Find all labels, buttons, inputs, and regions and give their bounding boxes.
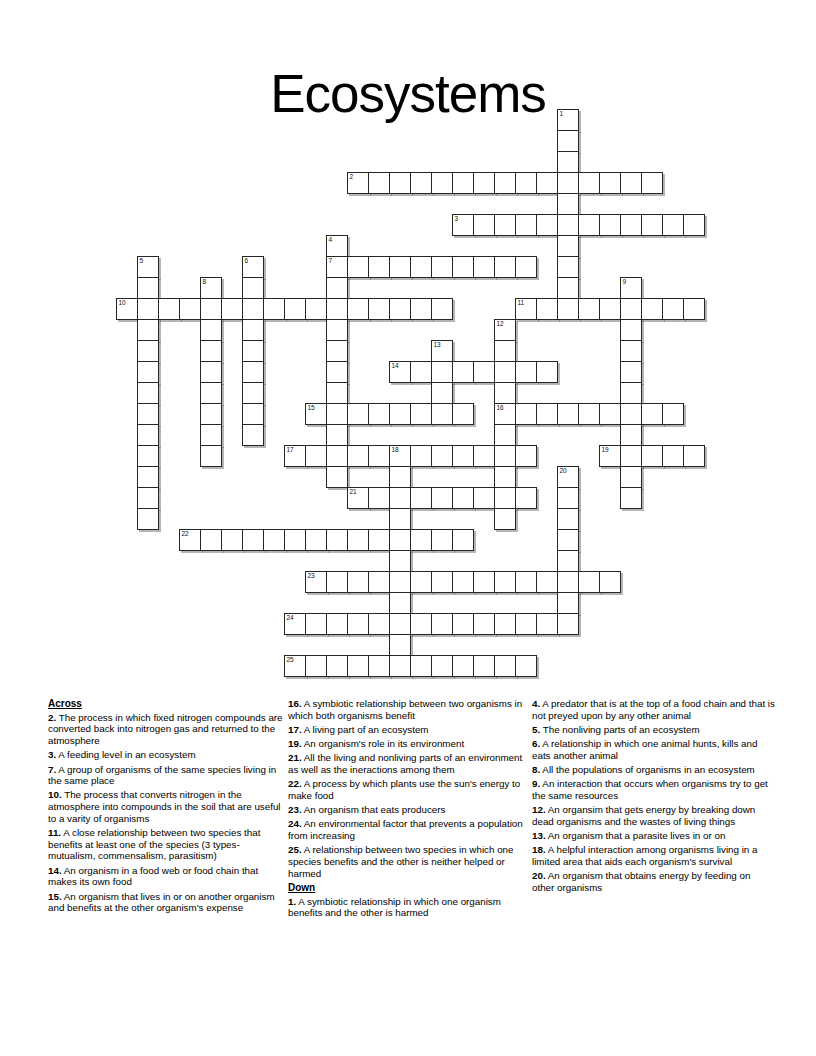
grid-cell-r24-c18[interactable] <box>494 613 516 635</box>
grid-cell-r7-c12[interactable] <box>368 256 390 278</box>
grid-cell-r15-c18[interactable] <box>494 424 516 446</box>
grid-cell-r7-c1[interactable]: 5 <box>137 256 159 278</box>
clue-text: The nonliving parts of an ecosystem <box>543 724 700 735</box>
grid-cell-r16-c13[interactable]: 18 <box>389 445 411 467</box>
clue-number: 10. <box>48 789 62 800</box>
grid-cell-r16-c24[interactable] <box>620 445 642 467</box>
grid-cell-r22-c20[interactable] <box>536 571 558 593</box>
clue-down-5: 5. The nonliving parts of an ecosystem <box>532 724 775 736</box>
grid-cell-r24-c19[interactable] <box>515 613 537 635</box>
grid-cell-r9-c22[interactable] <box>578 298 600 320</box>
grid-cell-r13-c15[interactable] <box>431 382 453 404</box>
grid-cell-r14-c6[interactable] <box>242 403 264 425</box>
grid-cell-r16-c26[interactable] <box>662 445 684 467</box>
clue-text: A relationship in which one animal hunts… <box>532 738 757 761</box>
grid-cell-r3-c21[interactable] <box>557 172 579 194</box>
grid-cell-r5-c27[interactable] <box>683 214 705 236</box>
grid-cell-r18-c18[interactable] <box>494 487 516 509</box>
grid-cell-r13-c24[interactable] <box>620 382 642 404</box>
grid-cell-r26-c10[interactable] <box>326 655 348 677</box>
grid-cell-r23-c13[interactable] <box>389 592 411 614</box>
grid-cell-r19-c13[interactable] <box>389 508 411 530</box>
grid-cell-r3-c19[interactable] <box>515 172 537 194</box>
grid-cell-r3-c20[interactable] <box>536 172 558 194</box>
grid-cell-r9-c19[interactable]: 11 <box>515 298 537 320</box>
grid-cell-r3-c15[interactable] <box>431 172 453 194</box>
grid-cell-r15-c4[interactable] <box>200 424 222 446</box>
grid-cell-r3-c11[interactable]: 2 <box>347 172 369 194</box>
clue-number: 8. <box>532 764 540 775</box>
clue-text: The process that converts nitrogen in th… <box>48 789 281 823</box>
grid-cell-r22-c23[interactable] <box>599 571 621 593</box>
grid-cell-r10-c18[interactable]: 12 <box>494 319 516 341</box>
grid-cell-r8-c1[interactable] <box>137 277 159 299</box>
grid-cell-r21-c21[interactable] <box>557 550 579 572</box>
grid-cell-r9-c21[interactable] <box>557 298 579 320</box>
grid-cell-r9-c24[interactable] <box>620 298 642 320</box>
clue-down-20: 20. An organism that obtains energy by f… <box>532 870 775 893</box>
grid-cell-r14-c21[interactable] <box>557 403 579 425</box>
grid-cell-r10-c4[interactable] <box>200 319 222 341</box>
grid-cell-r5-c24[interactable] <box>620 214 642 236</box>
grid-cell-r19-c21[interactable] <box>557 508 579 530</box>
clue-number: 18. <box>532 844 546 855</box>
grid-cell-r24-c21[interactable] <box>557 613 579 635</box>
grid-cell-r16-c4[interactable] <box>200 445 222 467</box>
grid-cell-r17-c10[interactable] <box>326 466 348 488</box>
grid-cell-r9-c26[interactable] <box>662 298 684 320</box>
clue-number: 15. <box>48 891 62 902</box>
grid-cell-r12-c17[interactable] <box>473 361 495 383</box>
grid-cell-r9-c12[interactable] <box>368 298 390 320</box>
grid-cell-r24-c13[interactable] <box>389 613 411 635</box>
grid-cell-r12-c13[interactable]: 14 <box>389 361 411 383</box>
clue-across-14: 14. An organism in a food web or food ch… <box>48 865 285 888</box>
grid-cell-r26-c12[interactable] <box>368 655 390 677</box>
grid-cell-r12-c6[interactable] <box>242 361 264 383</box>
clue-down-9: 9. An interaction that occurs when organ… <box>532 778 775 801</box>
clue-down-18: 18. A helpful interaction among organism… <box>532 844 775 867</box>
grid-cell-r2-c21[interactable] <box>557 151 579 173</box>
grid-cell-r5-c18[interactable] <box>494 214 516 236</box>
clue-number: 21. <box>288 752 302 763</box>
grid-cell-r24-c10[interactable] <box>326 613 348 635</box>
grid-cell-r3-c25[interactable] <box>641 172 663 194</box>
grid-cell-r11-c18[interactable] <box>494 340 516 362</box>
grid-cell-r20-c16[interactable] <box>452 529 474 551</box>
grid-cell-r20-c8[interactable] <box>284 529 306 551</box>
grid-cell-r16-c25[interactable] <box>641 445 663 467</box>
grid-cell-r18-c16[interactable] <box>452 487 474 509</box>
clue-across-2: 2. The process in which fixed nitrogen c… <box>48 712 285 747</box>
grid-cell-r20-c21[interactable] <box>557 529 579 551</box>
grid-cell-r3-c24[interactable] <box>620 172 642 194</box>
grid-cell-r20-c13[interactable] <box>389 529 411 551</box>
grid-cell-r24-c15[interactable] <box>431 613 453 635</box>
grid-cell-r7-c17[interactable] <box>473 256 495 278</box>
grid-cell-r16-c11[interactable] <box>347 445 369 467</box>
clue-down-13: 13. An organism that a parasite lives in… <box>532 830 775 842</box>
grid-cell-r14-c25[interactable] <box>641 403 663 425</box>
grid-cell-r14-c23[interactable] <box>599 403 621 425</box>
clue-column-right: 4. A predator that is at the top of a fo… <box>532 698 775 896</box>
grid-cell-r20-c11[interactable] <box>347 529 369 551</box>
grid-cell-r16-c14[interactable] <box>410 445 432 467</box>
grid-cell-r18-c21[interactable] <box>557 487 579 509</box>
grid-cell-r26-c15[interactable] <box>431 655 453 677</box>
cell-number: 2 <box>350 173 353 181</box>
grid-cell-r20-c10[interactable] <box>326 529 348 551</box>
grid-cell-r26-c11[interactable] <box>347 655 369 677</box>
clue-text: All the living and nonliving parts of an… <box>288 752 522 775</box>
grid-cell-r6-c21[interactable] <box>557 235 579 257</box>
grid-cell-r20-c12[interactable] <box>368 529 390 551</box>
grid-cell-r10-c24[interactable] <box>620 319 642 341</box>
clue-number: 11. <box>48 827 61 838</box>
grid-cell-r17-c24[interactable] <box>620 466 642 488</box>
grid-cell-r13-c10[interactable] <box>326 382 348 404</box>
grid-cell-r7-c16[interactable] <box>452 256 474 278</box>
grid-cell-r16-c18[interactable] <box>494 445 516 467</box>
grid-cell-r22-c17[interactable] <box>473 571 495 593</box>
grid-cell-r9-c5[interactable] <box>221 298 243 320</box>
grid-cell-r18-c24[interactable] <box>620 487 642 509</box>
grid-cell-r14-c1[interactable] <box>137 403 159 425</box>
grid-cell-r14-c20[interactable] <box>536 403 558 425</box>
grid-cell-r7-c13[interactable] <box>389 256 411 278</box>
grid-cell-r5-c22[interactable] <box>578 214 600 236</box>
grid-cell-r26-c19[interactable] <box>515 655 537 677</box>
grid-cell-r5-c23[interactable] <box>599 214 621 236</box>
clue-number: 14. <box>48 865 62 876</box>
grid-cell-r14-c13[interactable] <box>389 403 411 425</box>
grid-cell-r10-c6[interactable] <box>242 319 264 341</box>
grid-cell-r9-c23[interactable] <box>599 298 621 320</box>
grid-cell-r9-c1[interactable] <box>137 298 159 320</box>
grid-cell-r14-c10[interactable] <box>326 403 348 425</box>
grid-cell-r7-c14[interactable] <box>410 256 432 278</box>
clue-text: The process in which fixed nitrogen comp… <box>48 712 283 746</box>
grid-cell-r8-c24[interactable]: 9 <box>620 277 642 299</box>
grid-cell-r11-c6[interactable] <box>242 340 264 362</box>
clue-column-middle: 16. A symbiotic relationship between two… <box>288 698 525 921</box>
grid-cell-r22-c15[interactable] <box>431 571 453 593</box>
grid-cell-r5-c19[interactable] <box>515 214 537 236</box>
cell-number: 1 <box>560 110 563 118</box>
grid-cell-r24-c11[interactable] <box>347 613 369 635</box>
grid-cell-r26-c8[interactable]: 25 <box>284 655 306 677</box>
grid-cell-r11-c4[interactable] <box>200 340 222 362</box>
grid-cell-r16-c23[interactable]: 19 <box>599 445 621 467</box>
grid-cell-r7-c15[interactable] <box>431 256 453 278</box>
grid-cell-r26-c13[interactable] <box>389 655 411 677</box>
grid-cell-r18-c14[interactable] <box>410 487 432 509</box>
grid-cell-r5-c20[interactable] <box>536 214 558 236</box>
grid-cell-r22-c18[interactable] <box>494 571 516 593</box>
grid-cell-r14-c11[interactable] <box>347 403 369 425</box>
grid-cell-r18-c12[interactable] <box>368 487 390 509</box>
clue-number: 9. <box>532 778 540 789</box>
grid-cell-r12-c20[interactable] <box>536 361 558 383</box>
cell-number: 18 <box>392 446 399 454</box>
cell-number: 23 <box>308 572 315 580</box>
grid-cell-r24-c17[interactable] <box>473 613 495 635</box>
grid-cell-r20-c9[interactable] <box>305 529 327 551</box>
clue-text: An organsim that gets energy by breaking… <box>532 804 755 827</box>
grid-cell-r19-c18[interactable] <box>494 508 516 530</box>
grid-cell-r14-c4[interactable] <box>200 403 222 425</box>
grid-cell-r18-c19[interactable] <box>515 487 537 509</box>
grid-cell-r26-c18[interactable] <box>494 655 516 677</box>
grid-cell-r16-c9[interactable] <box>305 445 327 467</box>
grid-cell-r17-c13[interactable] <box>389 466 411 488</box>
clue-text: A symbiotic relationship between two org… <box>288 698 522 721</box>
grid-cell-r9-c4[interactable] <box>200 298 222 320</box>
grid-cell-r20-c15[interactable] <box>431 529 453 551</box>
grid-cell-r5-c21[interactable] <box>557 214 579 236</box>
grid-cell-r3-c13[interactable] <box>389 172 411 194</box>
grid-cell-r11-c24[interactable] <box>620 340 642 362</box>
clue-number: 4. <box>532 698 540 709</box>
clue-text: An organism that eats producers <box>304 804 446 815</box>
cell-number: 8 <box>203 278 206 286</box>
grid-cell-r22-c21[interactable] <box>557 571 579 593</box>
grid-cell-r9-c9[interactable] <box>305 298 327 320</box>
grid-cell-r3-c22[interactable] <box>578 172 600 194</box>
grid-cell-r18-c15[interactable] <box>431 487 453 509</box>
grid-cell-r24-c20[interactable] <box>536 613 558 635</box>
grid-cell-r7-c6[interactable]: 6 <box>242 256 264 278</box>
grid-cell-r6-c10[interactable]: 4 <box>326 235 348 257</box>
grid-cell-r9-c14[interactable] <box>410 298 432 320</box>
grid-cell-r16-c12[interactable] <box>368 445 390 467</box>
grid-cell-r9-c2[interactable] <box>158 298 180 320</box>
grid-cell-r15-c10[interactable] <box>326 424 348 446</box>
grid-cell-r16-c16[interactable] <box>452 445 474 467</box>
clue-across-11: 11. A close relationship between two spe… <box>48 827 285 862</box>
clue-text: A process by which plants use the sun's … <box>288 778 520 801</box>
clue-down-1: 1. A symbiotic relationship in which one… <box>288 896 525 919</box>
grid-cell-r22-c16[interactable] <box>452 571 474 593</box>
grid-cell-r20-c6[interactable] <box>242 529 264 551</box>
grid-cell-r8-c6[interactable] <box>242 277 264 299</box>
grid-cell-r24-c16[interactable] <box>452 613 474 635</box>
grid-cell-r20-c14[interactable] <box>410 529 432 551</box>
grid-cell-r16-c1[interactable] <box>137 445 159 467</box>
grid-cell-r12-c4[interactable] <box>200 361 222 383</box>
grid-cell-r12-c14[interactable] <box>410 361 432 383</box>
grid-cell-r5-c16[interactable]: 3 <box>452 214 474 236</box>
grid-cell-r12-c15[interactable] <box>431 361 453 383</box>
cell-number: 17 <box>287 446 294 454</box>
grid-cell-r9-c0[interactable]: 10 <box>116 298 138 320</box>
grid-cell-r9-c3[interactable] <box>179 298 201 320</box>
clue-across-17: 17. A living part of an ecosystem <box>288 724 525 736</box>
grid-cell-r20-c5[interactable] <box>221 529 243 551</box>
clue-number: 5. <box>532 724 540 735</box>
grid-cell-r11-c15[interactable]: 13 <box>431 340 453 362</box>
grid-cell-r12-c1[interactable] <box>137 361 159 383</box>
grid-cell-r22-c13[interactable] <box>389 571 411 593</box>
grid-cell-r9-c15[interactable] <box>431 298 453 320</box>
grid-cell-r26-c14[interactable] <box>410 655 432 677</box>
grid-cell-r12-c18[interactable] <box>494 361 516 383</box>
cell-number: 4 <box>329 236 332 244</box>
grid-cell-r8-c10[interactable] <box>326 277 348 299</box>
grid-cell-r3-c12[interactable] <box>368 172 390 194</box>
clue-number: 1. <box>288 896 296 907</box>
grid-cell-r14-c24[interactable] <box>620 403 642 425</box>
grid-cell-r3-c14[interactable] <box>410 172 432 194</box>
grid-cell-r5-c17[interactable] <box>473 214 495 236</box>
grid-cell-r9-c11[interactable] <box>347 298 369 320</box>
grid-cell-r12-c16[interactable] <box>452 361 474 383</box>
grid-cell-r15-c24[interactable] <box>620 424 642 446</box>
grid-cell-r10-c1[interactable] <box>137 319 159 341</box>
grid-cell-r16-c15[interactable] <box>431 445 453 467</box>
grid-cell-r3-c16[interactable] <box>452 172 474 194</box>
grid-cell-r13-c18[interactable] <box>494 382 516 404</box>
grid-cell-r16-c8[interactable]: 17 <box>284 445 306 467</box>
grid-cell-r14-c14[interactable] <box>410 403 432 425</box>
grid-cell-r25-c13[interactable] <box>389 634 411 656</box>
grid-cell-r14-c18[interactable]: 16 <box>494 403 516 425</box>
grid-cell-r3-c18[interactable] <box>494 172 516 194</box>
clue-down-12: 12. An organsim that gets energy by brea… <box>532 804 775 827</box>
clue-number: 23. <box>288 804 302 815</box>
grid-cell-r17-c21[interactable]: 20 <box>557 466 579 488</box>
grid-cell-r7-c10[interactable]: 7 <box>326 256 348 278</box>
clue-across-16: 16. A symbiotic relationship between two… <box>288 698 525 721</box>
grid-cell-r9-c6[interactable] <box>242 298 264 320</box>
grid-cell-r26-c17[interactable] <box>473 655 495 677</box>
grid-cell-r14-c15[interactable] <box>431 403 453 425</box>
grid-cell-r9-c8[interactable] <box>284 298 306 320</box>
grid-cell-r9-c20[interactable] <box>536 298 558 320</box>
grid-cell-r18-c13[interactable] <box>389 487 411 509</box>
grid-cell-r14-c16[interactable] <box>452 403 474 425</box>
grid-cell-r20-c3[interactable]: 22 <box>179 529 201 551</box>
grid-cell-r18-c1[interactable] <box>137 487 159 509</box>
grid-cell-r23-c21[interactable] <box>557 592 579 614</box>
grid-cell-r22-c22[interactable] <box>578 571 600 593</box>
grid-cell-r13-c6[interactable] <box>242 382 264 404</box>
grid-cell-r26-c16[interactable] <box>452 655 474 677</box>
grid-cell-r22-c14[interactable] <box>410 571 432 593</box>
grid-cell-r5-c26[interactable] <box>662 214 684 236</box>
grid-cell-r9-c7[interactable] <box>263 298 285 320</box>
grid-cell-r26-c9[interactable] <box>305 655 327 677</box>
grid-cell-r19-c1[interactable] <box>137 508 159 530</box>
clue-text: A symbiotic relationship in which one or… <box>288 896 501 919</box>
grid-cell-r13-c4[interactable] <box>200 382 222 404</box>
grid-cell-r9-c10[interactable] <box>326 298 348 320</box>
clue-text: A close relationship between two species… <box>48 827 260 861</box>
grid-cell-r16-c17[interactable] <box>473 445 495 467</box>
grid-cell-r22-c19[interactable] <box>515 571 537 593</box>
grid-cell-r17-c1[interactable] <box>137 466 159 488</box>
grid-cell-r14-c9[interactable]: 15 <box>305 403 327 425</box>
clue-text: A group of organisms of the same species… <box>48 764 276 787</box>
cell-number: 24 <box>287 614 294 622</box>
grid-cell-r14-c19[interactable] <box>515 403 537 425</box>
grid-cell-r7-c18[interactable] <box>494 256 516 278</box>
cell-number: 13 <box>434 341 441 349</box>
clue-text: An organism that obtains energy by feedi… <box>532 870 750 893</box>
grid-cell-r3-c17[interactable] <box>473 172 495 194</box>
clue-number: 19. <box>288 738 302 749</box>
grid-cell-r22-c9[interactable]: 23 <box>305 571 327 593</box>
grid-cell-r11-c1[interactable] <box>137 340 159 362</box>
grid-cell-r11-c10[interactable] <box>326 340 348 362</box>
clue-text: An organism that lives in or on another … <box>48 891 275 914</box>
grid-cell-r7-c11[interactable] <box>347 256 369 278</box>
grid-cell-r20-c7[interactable] <box>263 529 285 551</box>
grid-cell-r15-c6[interactable] <box>242 424 264 446</box>
grid-cell-r18-c11[interactable]: 21 <box>347 487 369 509</box>
grid-cell-r3-c23[interactable] <box>599 172 621 194</box>
grid-cell-r22-c11[interactable] <box>347 571 369 593</box>
clue-text: All the populations of organisms in an e… <box>542 764 754 775</box>
grid-cell-r4-c21[interactable] <box>557 193 579 215</box>
clue-across-19: 19. An organism's role in its environmen… <box>288 738 525 750</box>
grid-cell-r12-c19[interactable] <box>515 361 537 383</box>
cell-number: 25 <box>287 656 294 664</box>
grid-cell-r21-c13[interactable] <box>389 550 411 572</box>
grid-cell-r20-c4[interactable] <box>200 529 222 551</box>
grid-cell-r5-c25[interactable] <box>641 214 663 236</box>
grid-cell-r10-c10[interactable] <box>326 319 348 341</box>
grid-cell-r24-c8[interactable]: 24 <box>284 613 306 635</box>
cell-number: 3 <box>455 215 458 223</box>
grid-cell-r7-c21[interactable] <box>557 256 579 278</box>
grid-cell-r7-c19[interactable] <box>515 256 537 278</box>
grid-cell-r8-c4[interactable]: 8 <box>200 277 222 299</box>
grid-cell-r0-c21[interactable]: 1 <box>557 109 579 131</box>
grid-cell-r16-c10[interactable] <box>326 445 348 467</box>
clue-column-left: Across2. The process in which fixed nitr… <box>48 698 285 916</box>
grid-cell-r12-c10[interactable] <box>326 361 348 383</box>
grid-cell-r14-c22[interactable] <box>578 403 600 425</box>
grid-cell-r9-c13[interactable] <box>389 298 411 320</box>
clue-number: 7. <box>48 764 56 775</box>
cell-number: 14 <box>392 362 399 370</box>
grid-cell-r16-c27[interactable] <box>683 445 705 467</box>
grid-cell-r8-c21[interactable] <box>557 277 579 299</box>
clue-across-10: 10. The process that converts nitrogen i… <box>48 789 285 824</box>
grid-cell-r13-c1[interactable] <box>137 382 159 404</box>
grid-cell-r18-c17[interactable] <box>473 487 495 509</box>
grid-cell-r24-c9[interactable] <box>305 613 327 635</box>
grid-cell-r12-c24[interactable] <box>620 361 642 383</box>
clue-down-8: 8. All the populations of organisms in a… <box>532 764 775 776</box>
grid-cell-r24-c14[interactable] <box>410 613 432 635</box>
cell-number: 19 <box>602 446 609 454</box>
grid-cell-r14-c26[interactable] <box>662 403 684 425</box>
across-header: Across <box>48 698 285 710</box>
grid-cell-r15-c1[interactable] <box>137 424 159 446</box>
grid-cell-r22-c12[interactable] <box>368 571 390 593</box>
grid-cell-r24-c12[interactable] <box>368 613 390 635</box>
grid-cell-r17-c18[interactable] <box>494 466 516 488</box>
grid-cell-r9-c25[interactable] <box>641 298 663 320</box>
grid-cell-r14-c12[interactable] <box>368 403 390 425</box>
grid-cell-r9-c27[interactable] <box>683 298 705 320</box>
grid-cell-r22-c10[interactable] <box>326 571 348 593</box>
crossword-worksheet: Ecosystems 12345678910111213141516171819… <box>0 0 816 1056</box>
grid-cell-r16-c19[interactable] <box>515 445 537 467</box>
grid-cell-r1-c21[interactable] <box>557 130 579 152</box>
